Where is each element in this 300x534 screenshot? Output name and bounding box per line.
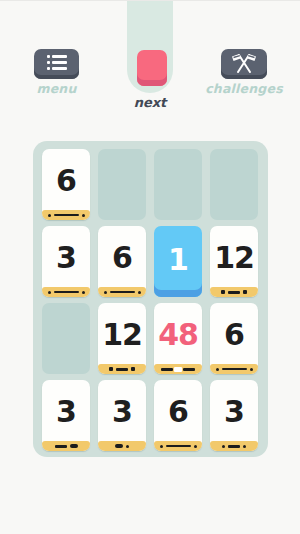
empty-cell bbox=[210, 149, 258, 220]
card-foot bbox=[42, 441, 90, 451]
tile-3[interactable]: 3 bbox=[98, 380, 146, 451]
threes-game-screen: next menu bbox=[0, 0, 300, 534]
challenges-label: challenges bbox=[201, 81, 287, 96]
menu-button[interactable] bbox=[34, 49, 79, 79]
crossed-flags-icon bbox=[231, 52, 257, 74]
tile-6[interactable]: 6 bbox=[98, 226, 146, 297]
card-foot bbox=[210, 441, 258, 451]
tile-value: 6 bbox=[112, 243, 132, 281]
tile-value: 3 bbox=[56, 243, 76, 281]
tile-3[interactable]: 3 bbox=[210, 380, 258, 451]
next-tile-card bbox=[137, 50, 167, 86]
card-foot bbox=[98, 441, 146, 451]
tile-1[interactable]: 1 bbox=[154, 226, 202, 297]
tile-6[interactable]: 6 bbox=[42, 149, 90, 220]
tile-value: 3 bbox=[112, 397, 132, 435]
challenges-button[interactable] bbox=[221, 49, 267, 79]
card-foot bbox=[42, 210, 90, 220]
empty-cell bbox=[42, 303, 90, 374]
card-foot bbox=[210, 287, 258, 297]
tile-value: 1 bbox=[168, 245, 188, 279]
card-foot bbox=[98, 364, 146, 374]
card-foot bbox=[98, 287, 146, 297]
tile-value: 48 bbox=[158, 320, 198, 358]
card-foot bbox=[42, 287, 90, 297]
tile-value: 6 bbox=[168, 397, 188, 435]
tile-value: 6 bbox=[224, 320, 244, 358]
tile-value: 3 bbox=[56, 397, 76, 435]
tile-3[interactable]: 3 bbox=[42, 380, 90, 451]
tile-12[interactable]: 12 bbox=[98, 303, 146, 374]
tile-value: 12 bbox=[102, 320, 142, 358]
tile-6[interactable]: 6 bbox=[154, 380, 202, 451]
card-foot bbox=[210, 364, 258, 374]
empty-cell bbox=[98, 149, 146, 220]
game-board[interactable]: 636112124863363 bbox=[33, 141, 268, 457]
card-foot bbox=[154, 441, 202, 451]
card-foot bbox=[154, 364, 202, 374]
tile-48[interactable]: 48 bbox=[154, 303, 202, 374]
next-tile-column bbox=[127, 1, 173, 93]
next-label: next bbox=[110, 95, 190, 110]
menu-list-icon bbox=[47, 55, 67, 70]
tile-12[interactable]: 12 bbox=[210, 226, 258, 297]
tile-value: 6 bbox=[56, 166, 76, 204]
tile-value: 3 bbox=[224, 397, 244, 435]
tile-6[interactable]: 6 bbox=[210, 303, 258, 374]
menu-label: menu bbox=[14, 81, 99, 96]
tile-3[interactable]: 3 bbox=[42, 226, 90, 297]
empty-cell bbox=[154, 149, 202, 220]
board-grid: 636112124863363 bbox=[42, 149, 259, 451]
tile-value: 12 bbox=[214, 243, 254, 281]
